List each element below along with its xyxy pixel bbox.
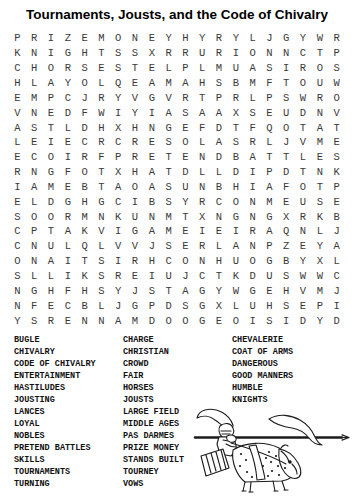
grid-cell: W — [93, 105, 110, 120]
grid-cell: M — [26, 90, 43, 105]
grid-cell: J — [328, 224, 345, 239]
grid-cell: T — [127, 61, 144, 76]
grid-cell: G — [127, 224, 144, 239]
grid-cell: N — [26, 46, 43, 61]
grid-cell: U — [127, 209, 144, 224]
grid-cell: O — [295, 180, 312, 195]
grid-cell: L — [59, 120, 76, 135]
grid-cell: K — [328, 165, 345, 180]
grid-cell: R — [93, 135, 110, 150]
grid-cell: E — [43, 105, 60, 120]
grid-cell: U — [43, 239, 60, 254]
grid-cell: S — [93, 254, 110, 269]
grid-cell: C — [59, 298, 76, 313]
grid-cell: D — [295, 313, 312, 328]
grid-cell: T — [194, 90, 211, 105]
grid-cell: L — [194, 165, 211, 180]
grid-cell: P — [110, 150, 127, 165]
grid-cell: G — [160, 120, 177, 135]
word-list-item: TURNING — [14, 478, 123, 490]
grid-cell: I — [110, 254, 127, 269]
grid-cell: I — [110, 105, 127, 120]
grid-cell: Y — [311, 239, 328, 254]
grid-cell: K — [9, 46, 26, 61]
grid-cell: I — [143, 269, 160, 284]
grid-cell: M — [160, 224, 177, 239]
grid-cell: M — [211, 61, 228, 76]
word-list-item: LOYAL — [14, 418, 123, 430]
grid-cell: R — [110, 269, 127, 284]
grid-cell: R — [160, 46, 177, 61]
grid-cell: F — [244, 120, 261, 135]
grid-cell: T — [43, 224, 60, 239]
grid-cell: H — [26, 61, 43, 76]
grid-cell: G — [194, 298, 211, 313]
grid-cell: T — [160, 150, 177, 165]
grid-cell: N — [26, 105, 43, 120]
grid-cell: T — [160, 165, 177, 180]
grid-cell: F — [59, 283, 76, 298]
grid-cell: K — [311, 209, 328, 224]
grid-cell: S — [160, 194, 177, 209]
grid-cell: B — [278, 254, 295, 269]
grid-cell: A — [143, 76, 160, 91]
grid-cell: M — [76, 209, 93, 224]
grid-cell: D — [295, 105, 312, 120]
grid-cell: M — [160, 76, 177, 91]
grid-cell: R — [244, 224, 261, 239]
grid-cell: E — [295, 298, 312, 313]
grid-cell: V — [328, 105, 345, 120]
grid-cell: R — [211, 31, 228, 46]
grid-cell: E — [9, 194, 26, 209]
grid-cell: J — [143, 239, 160, 254]
grid-cell: E — [127, 269, 144, 284]
grid-cell: O — [177, 313, 194, 328]
grid-cell: E — [43, 298, 60, 313]
grid-cell: H — [76, 194, 93, 209]
grid-cell: R — [194, 239, 211, 254]
grid-cell: L — [194, 135, 211, 150]
grid-cell: L — [261, 135, 278, 150]
grid-cell: L — [211, 239, 228, 254]
grid-cell: E — [278, 194, 295, 209]
grid-cell: L — [26, 76, 43, 91]
grid-cell: D — [278, 165, 295, 180]
grid-cell: A — [244, 150, 261, 165]
grid-cell: L — [194, 61, 211, 76]
grid-cell: G — [59, 46, 76, 61]
grid-cell: P — [43, 90, 60, 105]
word-list-item: COAT OF ARMS — [232, 346, 346, 358]
saddle-cloth-icon — [201, 449, 229, 476]
grid-cell: X — [143, 46, 160, 61]
grid-cell: U — [295, 194, 312, 209]
grid-cell: L — [93, 298, 110, 313]
grid-cell: O — [177, 254, 194, 269]
grid-cell: V — [127, 90, 144, 105]
word-list-item: JOUSTING — [14, 394, 123, 406]
grid-cell: U — [261, 269, 278, 284]
grid-cell: P — [261, 239, 278, 254]
grid-cell: X — [211, 298, 228, 313]
grid-cell: N — [26, 165, 43, 180]
grid-cell: T — [43, 120, 60, 135]
grid-cell: E — [261, 283, 278, 298]
grid-cell: E — [177, 239, 194, 254]
grid-cell: P — [143, 298, 160, 313]
grid-cell: E — [211, 313, 228, 328]
grid-cell: N — [26, 239, 43, 254]
grid-cell: L — [295, 150, 312, 165]
word-list-item: SKILLS — [14, 454, 123, 466]
grid-cell: E — [26, 135, 43, 150]
grid-cell: E — [59, 180, 76, 195]
grid-cell: Y — [160, 31, 177, 46]
grid-cell: N — [278, 46, 295, 61]
grid-cell: T — [227, 120, 244, 135]
grid-cell: A — [177, 283, 194, 298]
grid-cell: R — [9, 165, 26, 180]
grid-cell: S — [9, 209, 26, 224]
grid-cell: G — [227, 209, 244, 224]
grid-cell: L — [227, 298, 244, 313]
grid-cell: D — [143, 313, 160, 328]
word-list-item: FAIR — [123, 370, 232, 382]
grid-cell: A — [160, 105, 177, 120]
grid-cell: O — [26, 209, 43, 224]
grid-cell: J — [127, 283, 144, 298]
grid-cell: P — [211, 90, 228, 105]
grid-cell: E — [143, 135, 160, 150]
grid-cell: R — [76, 150, 93, 165]
grid-cell: G — [261, 254, 278, 269]
grid-cell: C — [194, 269, 211, 284]
grid-cell: N — [143, 120, 160, 135]
word-list-item: CHRISTIAN — [123, 346, 232, 358]
grid-cell: R — [244, 135, 261, 150]
grid-cell: T — [278, 150, 295, 165]
grid-cell: A — [211, 135, 228, 150]
grid-cell: O — [43, 150, 60, 165]
grid-cell: C — [26, 150, 43, 165]
grid-cell: X — [311, 254, 328, 269]
grid-cell: R — [227, 90, 244, 105]
grid-cell: F — [261, 76, 278, 91]
grid-cell: T — [93, 165, 110, 180]
grid-cell: K — [110, 209, 127, 224]
grid-cell: S — [26, 120, 43, 135]
word-list-item: PRETEND BATTLES — [14, 442, 123, 454]
grid-cell: A — [194, 105, 211, 120]
grid-cell: I — [244, 180, 261, 195]
grid-cell: P — [261, 165, 278, 180]
grid-cell: R — [26, 31, 43, 46]
grid-cell: J — [261, 31, 278, 46]
grid-cell: N — [261, 46, 278, 61]
grid-cell: X — [227, 105, 244, 120]
grid-cell: X — [110, 165, 127, 180]
grid-cell: H — [76, 46, 93, 61]
grid-cell: O — [43, 61, 60, 76]
word-list-item: BUGLE — [14, 334, 123, 346]
grid-cell: T — [93, 46, 110, 61]
grid-cell: E — [127, 76, 144, 91]
grid-cell: Y — [194, 31, 211, 46]
word-list-item: CHIVALRY — [14, 346, 123, 358]
grid-cell: D — [160, 298, 177, 313]
grid-cell: I — [227, 46, 244, 61]
grid-cell: I — [127, 194, 144, 209]
grid-cell: H — [194, 76, 211, 91]
grid-cell: Q — [261, 120, 278, 135]
grid-cell: O — [76, 76, 93, 91]
grid-cell: C — [59, 90, 76, 105]
grid-cell: G — [194, 313, 211, 328]
grid-cell: S — [127, 46, 144, 61]
grid-cell: G — [143, 90, 160, 105]
grid-cell: S — [244, 105, 261, 120]
grid-cell: N — [194, 150, 211, 165]
grid-cell: B — [76, 180, 93, 195]
word-list-item: HASTILUDES — [14, 382, 123, 394]
word-list-column-1: BUGLECHIVALRYCODE OF CHIVALRYENTERTAINME… — [14, 334, 123, 490]
grid-cell: C — [295, 46, 312, 61]
grid-cell: M — [244, 76, 261, 91]
grid-cell: M — [261, 194, 278, 209]
grid-cell: A — [43, 76, 60, 91]
grid-cell: C — [9, 224, 26, 239]
grid-cell: U — [177, 180, 194, 195]
grid-cell: I — [59, 269, 76, 284]
grid-cell: T — [76, 254, 93, 269]
grid-cell: G — [93, 194, 110, 209]
grid-cell: N — [311, 105, 328, 120]
grid-cell: S — [26, 313, 43, 328]
grid-cell: V — [110, 239, 127, 254]
grid-cell: E — [311, 150, 328, 165]
grid-cell: G — [261, 209, 278, 224]
grid-cell: N — [26, 254, 43, 269]
grid-cell: S — [311, 194, 328, 209]
grid-cell: D — [43, 194, 60, 209]
grid-cell: A — [110, 313, 127, 328]
grid-cell: N — [244, 239, 261, 254]
grid-cell: T — [160, 283, 177, 298]
grid-cell: D — [59, 105, 76, 120]
jousting-knight-image — [193, 404, 354, 496]
grid-cell: R — [295, 209, 312, 224]
grid-cell: V — [160, 90, 177, 105]
grid-cell: E — [76, 31, 93, 46]
grid-cell: K — [227, 269, 244, 284]
grid-cell: A — [143, 180, 160, 195]
grid-cell: H — [211, 254, 228, 269]
grid-cell: C — [76, 135, 93, 150]
grid-cell: S — [143, 283, 160, 298]
grid-cell: U — [311, 76, 328, 91]
grid-cell: A — [110, 180, 127, 195]
grid-cell: S — [261, 61, 278, 76]
grid-cell: P — [328, 46, 345, 61]
grid-cell: Y — [295, 254, 312, 269]
grid-cell: O — [43, 209, 60, 224]
grid-cell: B — [76, 298, 93, 313]
grid-cell: L — [93, 76, 110, 91]
grid-cell: S — [110, 46, 127, 61]
grid-cell: Y — [227, 31, 244, 46]
grid-cell: N — [127, 31, 144, 46]
grid-cell: E — [59, 313, 76, 328]
grid-cell: T — [261, 150, 278, 165]
grid-cell: C — [110, 135, 127, 150]
grid-cell: H — [9, 76, 26, 91]
grid-cell: A — [311, 120, 328, 135]
word-list-item: NOBLES — [14, 430, 123, 442]
grid-cell: L — [93, 239, 110, 254]
grid-cell: A — [328, 239, 345, 254]
grid-cell: L — [244, 31, 261, 46]
grid-cell: S — [278, 90, 295, 105]
grid-cell: W — [328, 76, 345, 91]
grid-cell: R — [211, 46, 228, 61]
grid-cell: S — [160, 239, 177, 254]
grid-cell: B — [227, 76, 244, 91]
grid-cell: T — [177, 209, 194, 224]
grid-cell: O — [328, 90, 345, 105]
grid-cell: L — [59, 239, 76, 254]
grid-cell: T — [295, 120, 312, 135]
grid-cell: H — [127, 120, 144, 135]
grid-cell: A — [244, 61, 261, 76]
grid-cell: O — [110, 31, 127, 46]
grid-cell: R — [311, 90, 328, 105]
grid-cell: I — [244, 313, 261, 328]
grid-cell: A — [43, 254, 60, 269]
grid-cell: F — [59, 165, 76, 180]
grid-cell: I — [143, 105, 160, 120]
grid-cell: F — [26, 298, 43, 313]
grid-cell: M — [127, 313, 144, 328]
grid-cell: B — [227, 150, 244, 165]
grid-cell: Y — [110, 90, 127, 105]
grid-cell: Y — [177, 194, 194, 209]
grid-cell: N — [194, 180, 211, 195]
grid-cell: Q — [76, 239, 93, 254]
word-list-item: HUMBLE — [232, 382, 346, 394]
grid-cell: S — [110, 61, 127, 76]
grid-cell: E — [59, 135, 76, 150]
grid-cell: U — [278, 105, 295, 120]
grid-cell: O — [227, 313, 244, 328]
grid-cell: Y — [9, 313, 26, 328]
grid-cell: A — [59, 224, 76, 239]
grid-cell: E — [177, 120, 194, 135]
grid-cell: Q — [278, 224, 295, 239]
grid-cell: N — [143, 209, 160, 224]
grid-cell: E — [143, 31, 160, 46]
word-list-item: GOOD MANNERS — [232, 370, 346, 382]
grid-cell: C — [211, 194, 228, 209]
grid-cell: S — [278, 298, 295, 313]
grid-cell: E — [9, 90, 26, 105]
grid-cell: N — [76, 313, 93, 328]
grid-cell: O — [244, 46, 261, 61]
grid-cell: D — [227, 165, 244, 180]
grid-cell: Y — [59, 76, 76, 91]
grid-cell: F — [93, 150, 110, 165]
grid-cell: S — [9, 269, 26, 284]
grid-cell: O — [295, 76, 312, 91]
grid-cell: V — [93, 224, 110, 239]
grid-cell: O — [311, 61, 328, 76]
grid-cell: N — [194, 254, 211, 269]
grid-cell: H — [227, 180, 244, 195]
grid-cell: H — [261, 298, 278, 313]
grid-cell: P — [177, 61, 194, 76]
grid-cell: I — [194, 224, 211, 239]
grid-cell: H — [43, 283, 60, 298]
grid-cell: F — [278, 180, 295, 195]
grid-cell: G — [127, 298, 144, 313]
grid-cell: L — [328, 254, 345, 269]
grid-cell: O — [76, 165, 93, 180]
grid-cell: E — [143, 150, 160, 165]
grid-cell: I — [227, 224, 244, 239]
grid-cell: A — [143, 165, 160, 180]
grid-cell: H — [143, 254, 160, 269]
grid-cell: Y — [127, 105, 144, 120]
grid-cell: Q — [110, 76, 127, 91]
grid-cell: H — [93, 120, 110, 135]
grid-cell: Y — [311, 313, 328, 328]
grid-cell: D — [211, 150, 228, 165]
grid-cell: N — [244, 194, 261, 209]
grid-cell: S — [160, 180, 177, 195]
grid-cell: R — [295, 61, 312, 76]
grid-cell: U — [227, 254, 244, 269]
grid-cell: H — [127, 165, 144, 180]
grid-cell: R — [59, 209, 76, 224]
grid-cell: W — [311, 31, 328, 46]
grid-cell: N — [311, 165, 328, 180]
grid-cell: E — [328, 194, 345, 209]
grid-cell: E — [295, 239, 312, 254]
grid-cell: E — [93, 61, 110, 76]
grid-cell: J — [110, 298, 127, 313]
grid-cell: N — [9, 298, 26, 313]
grid-cell: P — [9, 31, 26, 46]
grid-cell: I — [43, 31, 60, 46]
grid-cell: L — [26, 269, 43, 284]
word-list-item: CHARGE — [123, 334, 232, 346]
grid-cell: L — [9, 135, 26, 150]
grid-cell: D — [211, 120, 228, 135]
grid-cell: X — [278, 209, 295, 224]
grid-cell: H — [278, 283, 295, 298]
word-list-item: HORSES — [123, 382, 232, 394]
grid-cell: V — [127, 239, 144, 254]
word-list-item: CHEVALERIE — [232, 334, 346, 346]
grid-cell: R — [127, 135, 144, 150]
word-list-item: TOURNAMENTS — [14, 466, 123, 478]
grid-cell: X — [110, 120, 127, 135]
grid-cell: O — [227, 194, 244, 209]
grid-cell: E — [261, 105, 278, 120]
grid-cell: M — [311, 135, 328, 150]
word-list-item: ENTERTAINMENT — [14, 370, 123, 382]
word-list-item: LANCES — [14, 406, 123, 418]
